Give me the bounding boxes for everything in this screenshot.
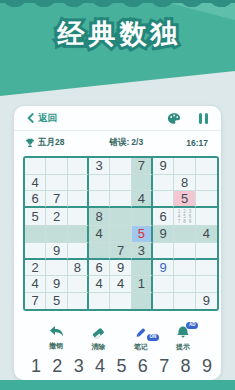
sudoku-cell-r9c9[interactable]: 9	[196, 293, 217, 310]
sudoku-cell-r3c2[interactable]: 7	[46, 191, 67, 208]
sudoku-cell-r9c4[interactable]	[89, 293, 110, 310]
sudoku-cell-r2c9[interactable]	[196, 175, 217, 192]
undo-icon	[48, 325, 65, 339]
sudoku-cell-r8c1[interactable]: 4	[25, 276, 46, 293]
numpad-1[interactable]: 1	[27, 356, 45, 377]
banner-wave-decoration	[0, 0, 235, 15]
sudoku-cell-r5c4[interactable]: 4	[89, 226, 110, 243]
undo-label: 撤销	[49, 341, 63, 351]
sudoku-cell-r7c9[interactable]	[196, 260, 217, 277]
hint-label: 提示	[176, 342, 190, 352]
undo-button[interactable]: 撤销	[36, 325, 76, 352]
status-bar: 五月28 错误:2/3 16:17	[14, 132, 221, 154]
errors-label: 错误:	[110, 137, 130, 147]
sudoku-cell-r3c3[interactable]	[68, 191, 89, 208]
top-toolbar: 返回	[14, 106, 221, 131]
sudoku-cell-r5c9[interactable]: 4	[196, 226, 217, 243]
pause-icon	[199, 113, 202, 124]
sudoku-cell-r8c2[interactable]: 9	[46, 276, 67, 293]
sudoku-cell-r7c5[interactable]: 9	[110, 260, 131, 277]
sudoku-cell-r7c3[interactable]: 8	[68, 260, 89, 277]
sudoku-cell-r3c5[interactable]	[110, 191, 131, 208]
notes-label: 笔记	[134, 342, 148, 352]
sudoku-cell-r2c8[interactable]: 8	[174, 175, 195, 192]
notes-on-badge: ON	[147, 334, 159, 341]
sudoku-grid: 3794867455286123456789459497328699494417…	[23, 156, 219, 311]
sudoku-cell-r9c1[interactable]: 7	[25, 293, 46, 310]
page-title-text: 经典数独	[0, 17, 235, 51]
sudoku-cell-r2c2[interactable]	[46, 175, 67, 192]
sudoku-cell-r6c6[interactable]: 3	[132, 243, 153, 260]
sudoku-cell-r7c8[interactable]	[174, 260, 195, 277]
sudoku-cell-r3c6[interactable]: 4	[132, 191, 153, 208]
sudoku-cell-r2c1[interactable]: 4	[25, 175, 46, 192]
sudoku-cell-r1c7[interactable]: 9	[153, 158, 174, 175]
sudoku-cell-r6c8[interactable]	[174, 243, 195, 260]
pause-button[interactable]	[199, 113, 208, 124]
sudoku-cell-r9c8[interactable]	[174, 293, 195, 310]
palette-icon	[167, 112, 181, 125]
numpad-3[interactable]: 3	[70, 356, 88, 377]
sudoku-cell-r7c2[interactable]	[46, 260, 67, 277]
sudoku-cell-r6c1[interactable]	[25, 243, 46, 260]
back-button[interactable]: 返回	[27, 112, 57, 125]
sudoku-cell-r3c8[interactable]: 5	[174, 191, 195, 208]
sudoku-cell-r4c9[interactable]	[196, 208, 217, 226]
sudoku-cell-r8c9[interactable]	[196, 276, 217, 293]
sudoku-cell-r1c2[interactable]	[46, 158, 67, 175]
numpad-5[interactable]: 5	[113, 356, 131, 377]
sudoku-cell-r4c1[interactable]: 5	[25, 208, 46, 226]
sudoku-cell-r3c7[interactable]	[153, 191, 174, 208]
sudoku-cell-r8c3[interactable]	[68, 276, 89, 293]
sudoku-cell-r2c7[interactable]	[153, 175, 174, 192]
sudoku-cell-r1c1[interactable]	[25, 158, 46, 175]
sudoku-cell-r2c5[interactable]	[110, 175, 131, 192]
sudoku-cell-r5c2[interactable]	[46, 226, 67, 243]
sudoku-cell-r6c3[interactable]	[68, 243, 89, 260]
sudoku-cell-r9c5[interactable]	[110, 293, 131, 310]
sudoku-cell-r4c5[interactable]	[110, 208, 131, 226]
sudoku-cell-r4c7[interactable]: 6	[153, 208, 174, 226]
daily-challenge: 五月28	[25, 137, 64, 149]
sudoku-cell-r5c7[interactable]: 9	[153, 226, 174, 243]
back-label: 返回	[38, 112, 57, 125]
pencil-notes: 123456789	[174, 208, 194, 225]
sudoku-cell-r4c3[interactable]	[68, 208, 89, 226]
numpad: 123456789	[27, 354, 216, 378]
trophy-icon	[25, 138, 35, 148]
sudoku-cell-r8c5[interactable]: 4	[110, 276, 131, 293]
eraser-icon	[90, 325, 106, 340]
sudoku-cell-r5c1[interactable]	[25, 226, 46, 243]
erase-button[interactable]: 清除	[78, 325, 118, 352]
numpad-6[interactable]: 6	[134, 356, 152, 377]
sudoku-cell-r5c5[interactable]	[110, 226, 131, 243]
sudoku-cell-r9c3[interactable]	[68, 293, 89, 310]
sudoku-cell-r6c5[interactable]: 7	[110, 243, 131, 260]
sudoku-cell-r6c7[interactable]	[153, 243, 174, 260]
hint-ad-badge: AD	[186, 322, 198, 329]
sudoku-cell-r6c9[interactable]	[196, 243, 217, 260]
sudoku-cell-r3c1[interactable]: 6	[25, 191, 46, 208]
sudoku-cell-r8c8[interactable]	[174, 276, 195, 293]
erase-label: 清除	[91, 342, 105, 352]
sudoku-cell-r7c4[interactable]: 6	[89, 260, 110, 277]
sudoku-cell-r2c6[interactable]	[132, 175, 153, 192]
game-card: 返回 五月28 错误:2/3 16:17 3794867455286123456…	[14, 106, 221, 380]
sudoku-cell-r3c9[interactable]	[196, 191, 217, 208]
sudoku-cell-r6c2[interactable]: 9	[46, 243, 67, 260]
sudoku-cell-r5c6[interactable]: 5	[132, 226, 153, 243]
numpad-8[interactable]: 8	[177, 356, 195, 377]
sudoku-cell-r9c7[interactable]	[153, 293, 174, 310]
sudoku-cell-r5c3[interactable]	[68, 226, 89, 243]
sudoku-cell-r2c3[interactable]	[68, 175, 89, 192]
sudoku-cell-r1c9[interactable]	[196, 158, 217, 175]
sudoku-cell-r1c4[interactable]: 3	[89, 158, 110, 175]
sudoku-cell-r5c8[interactable]	[174, 226, 195, 243]
sudoku-cell-r8c4[interactable]: 4	[89, 276, 110, 293]
timer-label: 16:17	[186, 138, 208, 148]
sudoku-cell-r1c5[interactable]	[110, 158, 131, 175]
numpad-4[interactable]: 4	[91, 356, 109, 377]
sudoku-cell-r4c4[interactable]: 8	[89, 208, 110, 226]
sudoku-cell-r1c6[interactable]: 7	[132, 158, 153, 175]
sudoku-cell-r7c6[interactable]	[132, 260, 153, 277]
sudoku-cell-r4c2[interactable]: 2	[46, 208, 67, 226]
bottom-toolbar: 撤销 清除 ON 笔记	[36, 325, 203, 352]
sudoku-cell-r3c4[interactable]	[89, 191, 110, 208]
numpad-9[interactable]: 9	[198, 356, 216, 377]
sudoku-cell-r1c8[interactable]	[174, 158, 195, 175]
numpad-7[interactable]: 7	[155, 356, 173, 377]
sudoku-cell-r7c1[interactable]: 2	[25, 260, 46, 277]
errors-counter: 错误:2/3	[64, 137, 186, 149]
numpad-2[interactable]: 2	[48, 356, 66, 377]
sudoku-cell-r2c4[interactable]	[89, 175, 110, 192]
footer-bar	[0, 380, 235, 390]
sudoku-cell-r9c2[interactable]: 5	[46, 293, 67, 310]
notes-button[interactable]: ON 笔记	[121, 325, 161, 352]
sudoku-cell-r4c6[interactable]	[132, 208, 153, 226]
sudoku-cell-r8c7[interactable]	[153, 276, 174, 293]
sudoku-cell-r8c6[interactable]: 1	[132, 276, 153, 293]
sudoku-cell-r6c4[interactable]	[89, 243, 110, 260]
back-chevron-icon	[27, 113, 34, 123]
sudoku-cell-r1c3[interactable]	[68, 158, 89, 175]
date-label: 五月28	[38, 137, 64, 149]
hint-button[interactable]: AD 提示	[163, 325, 203, 352]
theme-button[interactable]	[167, 112, 181, 125]
sudoku-cell-r7c7[interactable]: 9	[153, 260, 174, 277]
sudoku-cell-r4c8[interactable]: 123456789	[174, 208, 195, 226]
sudoku-cell-r9c6[interactable]	[132, 293, 153, 310]
errors-value: 2/3	[131, 137, 143, 147]
